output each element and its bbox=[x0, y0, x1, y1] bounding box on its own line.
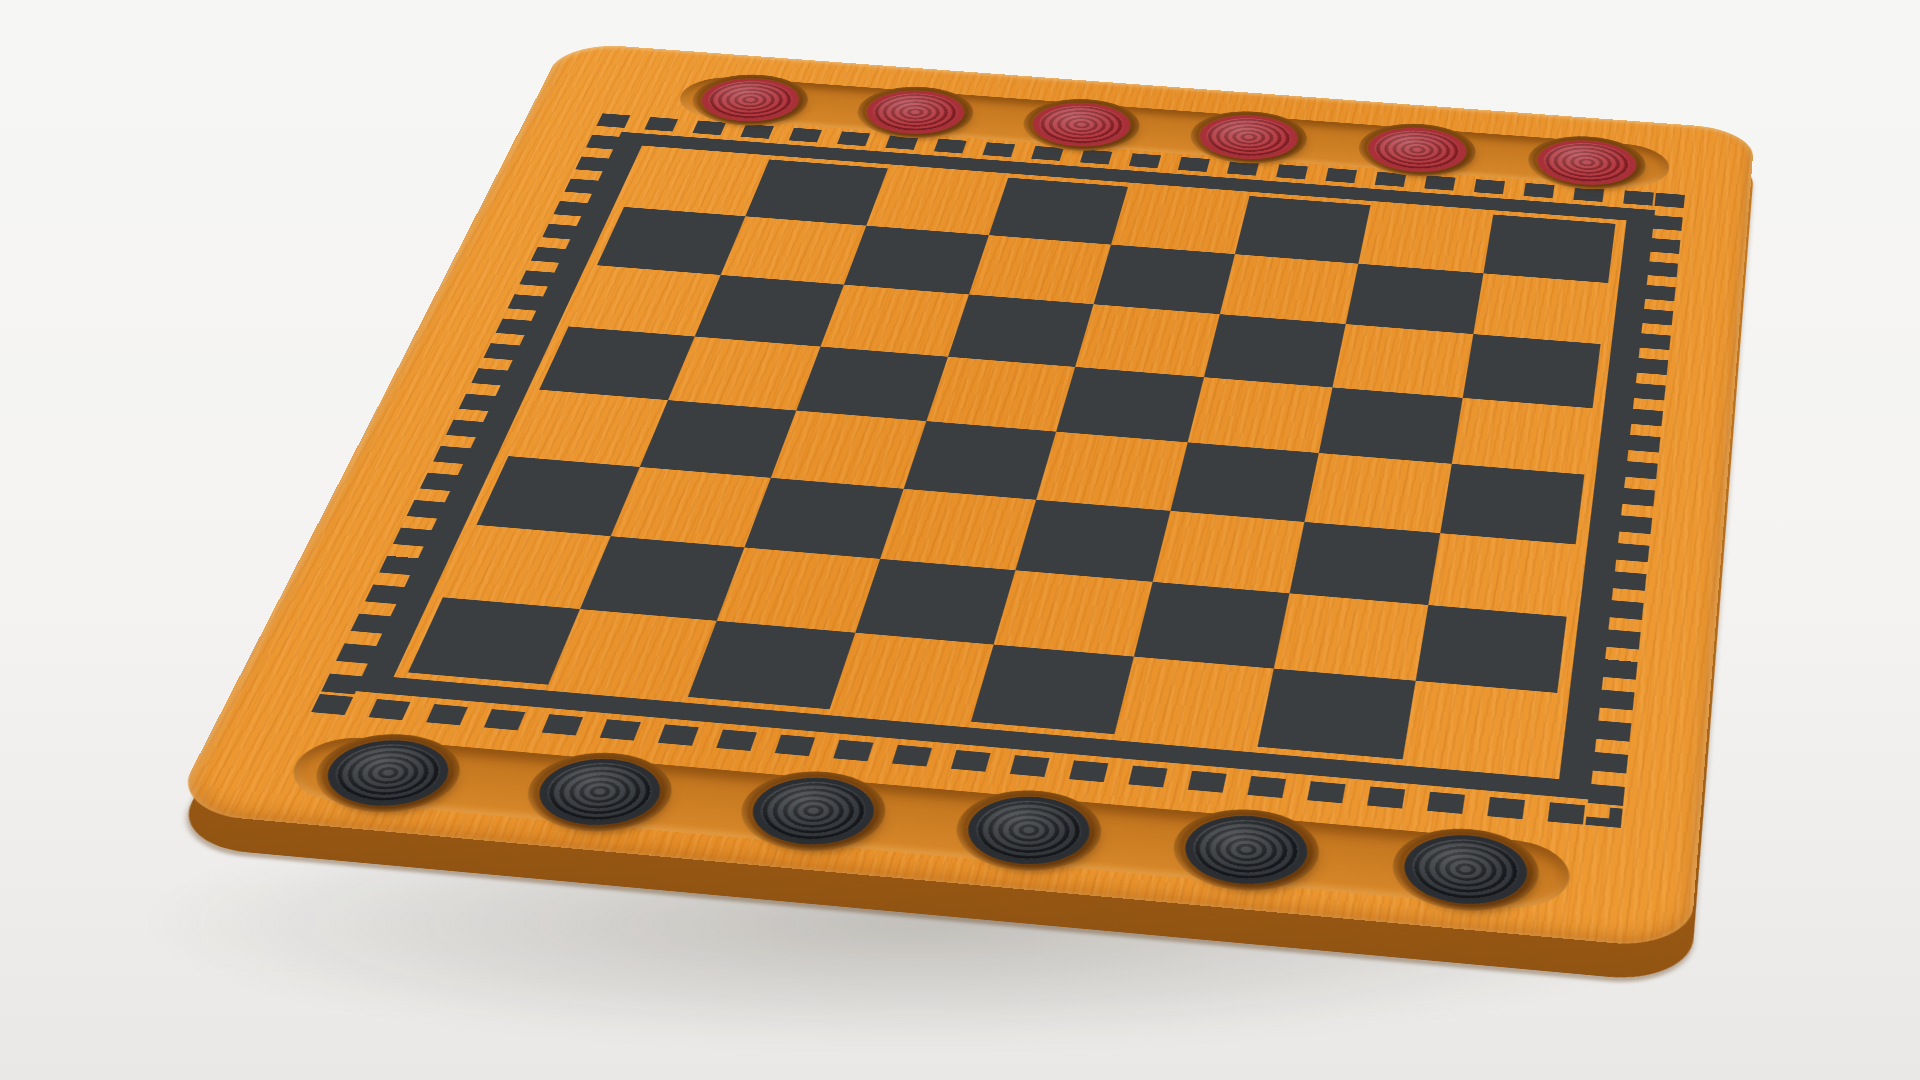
board-square-r1c1[interactable] bbox=[624, 150, 769, 216]
board-square-r6c7[interactable] bbox=[1290, 522, 1440, 605]
board-square-r2c4[interactable] bbox=[968, 235, 1111, 304]
board-square-r7c3[interactable] bbox=[717, 547, 880, 632]
board-square-r3c4[interactable] bbox=[948, 294, 1094, 366]
board-square-r7c7[interactable] bbox=[1274, 593, 1428, 680]
board-square-r3c6[interactable] bbox=[1204, 314, 1346, 387]
checkers-board bbox=[170, 42, 1755, 950]
board-square-r5c7[interactable] bbox=[1304, 453, 1451, 533]
board-square-r6c3[interactable] bbox=[744, 478, 903, 559]
board-square-r3c7[interactable] bbox=[1333, 324, 1473, 397]
board-square-r1c4[interactable] bbox=[988, 178, 1128, 245]
board-square-r8c3[interactable] bbox=[688, 621, 855, 710]
board-square-r2c5[interactable] bbox=[1094, 244, 1235, 314]
board-square-r8c6[interactable] bbox=[1114, 656, 1274, 746]
board-square-r8c5[interactable] bbox=[971, 644, 1133, 734]
board-square-r5c6[interactable] bbox=[1170, 442, 1319, 521]
board-square-r7c2[interactable] bbox=[580, 536, 745, 620]
board-square-r4c8[interactable] bbox=[1451, 398, 1592, 475]
board-square-r4c2[interactable] bbox=[667, 336, 820, 410]
board-square-r1c7[interactable] bbox=[1358, 205, 1492, 273]
board-square-r4c5[interactable] bbox=[1056, 367, 1203, 443]
board-square-r8c2[interactable] bbox=[548, 609, 717, 697]
board-square-r4c3[interactable] bbox=[796, 346, 947, 421]
board-square-r3c8[interactable] bbox=[1462, 334, 1600, 408]
board-square-r2c6[interactable] bbox=[1219, 254, 1358, 324]
board-square-r7c5[interactable] bbox=[994, 570, 1152, 656]
board-square-r3c2[interactable] bbox=[694, 275, 844, 346]
board-square-r6c5[interactable] bbox=[1015, 499, 1170, 581]
board-square-r4c7[interactable] bbox=[1319, 387, 1462, 464]
board-square-r1c2[interactable] bbox=[745, 159, 888, 225]
board-square-r1c3[interactable] bbox=[866, 168, 1007, 234]
board-square-r7c6[interactable] bbox=[1133, 582, 1289, 669]
board-square-r8c4[interactable] bbox=[829, 632, 994, 721]
board-square-r2c8[interactable] bbox=[1473, 273, 1608, 344]
board-square-r5c4[interactable] bbox=[903, 421, 1056, 499]
board-square-r8c7[interactable] bbox=[1257, 668, 1415, 759]
board-square-r6c8[interactable] bbox=[1428, 533, 1576, 617]
board-square-r5c2[interactable] bbox=[639, 400, 796, 477]
board-square-r4c4[interactable] bbox=[926, 356, 1075, 431]
scene bbox=[0, 0, 1920, 1080]
board-square-r7c4[interactable] bbox=[855, 559, 1016, 644]
board-square-r5c3[interactable] bbox=[771, 411, 926, 489]
board-square-r1c8[interactable] bbox=[1483, 214, 1616, 282]
board-square-r2c1[interactable] bbox=[597, 207, 745, 275]
board-square-r7c8[interactable] bbox=[1415, 605, 1567, 693]
board-square-r6c2[interactable] bbox=[610, 467, 771, 548]
board-square-r4c6[interactable] bbox=[1187, 377, 1332, 453]
board-square-r1c6[interactable] bbox=[1234, 196, 1370, 263]
board-square-r3c3[interactable] bbox=[821, 285, 969, 357]
board-square-r2c3[interactable] bbox=[844, 225, 988, 294]
board-square-r6c4[interactable] bbox=[880, 488, 1037, 570]
board-square-r5c5[interactable] bbox=[1036, 432, 1187, 511]
board-square-r8c8[interactable] bbox=[1402, 680, 1557, 772]
board-square-r2c2[interactable] bbox=[720, 216, 866, 285]
board-square-r2c7[interactable] bbox=[1346, 263, 1483, 334]
board-square-r6c6[interactable] bbox=[1152, 511, 1304, 594]
board-square-r1c5[interactable] bbox=[1111, 187, 1249, 254]
board-square-r3c5[interactable] bbox=[1075, 304, 1219, 377]
board-square-r5c8[interactable] bbox=[1440, 464, 1585, 544]
